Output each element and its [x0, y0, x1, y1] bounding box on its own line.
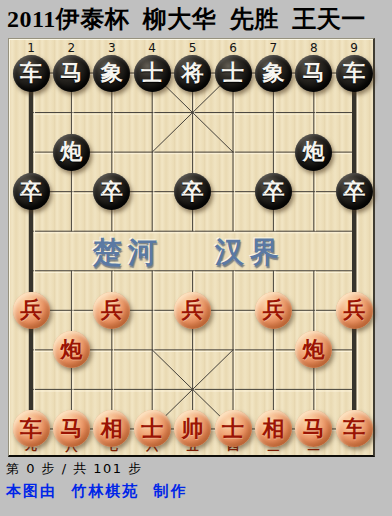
- piece-black-soldier[interactable]: 卒: [13, 173, 50, 210]
- piece-black-elephant[interactable]: 象: [255, 55, 292, 92]
- file-label-top-6: 6: [222, 41, 244, 55]
- board-grid: [9, 39, 376, 458]
- piece-black-advisor[interactable]: 士: [134, 55, 171, 92]
- piece-red-soldier[interactable]: 兵: [13, 292, 50, 329]
- piece-red-advisor[interactable]: 士: [134, 410, 171, 447]
- piece-black-general[interactable]: 将: [174, 55, 211, 92]
- piece-black-advisor[interactable]: 士: [215, 55, 252, 92]
- file-label-top-3: 3: [101, 41, 123, 55]
- file-label-top-1: 1: [20, 41, 42, 55]
- river-text-left: 楚河: [93, 235, 163, 269]
- game-title: 2011伊泰杯 柳大华 先胜 王天一: [7, 3, 389, 35]
- piece-black-chariot[interactable]: 车: [336, 55, 373, 92]
- piece-red-chariot[interactable]: 车: [336, 410, 373, 447]
- piece-red-cannon[interactable]: 炮: [53, 331, 90, 368]
- piece-red-soldier[interactable]: 兵: [93, 292, 130, 329]
- piece-black-horse[interactable]: 马: [53, 55, 90, 92]
- file-label-top-4: 4: [141, 41, 163, 55]
- file-label-top-5: 5: [182, 41, 204, 55]
- river-text-right: 汉界: [215, 235, 285, 269]
- piece-black-chariot[interactable]: 车: [13, 55, 50, 92]
- piece-black-soldier[interactable]: 卒: [174, 173, 211, 210]
- piece-black-elephant[interactable]: 象: [93, 55, 130, 92]
- piece-black-cannon[interactable]: 炮: [295, 134, 332, 171]
- piece-red-soldier[interactable]: 兵: [174, 292, 211, 329]
- piece-black-cannon[interactable]: 炮: [53, 134, 90, 171]
- xiangqi-viewer: 2011伊泰杯 柳大华 先胜 王天一 123456789 九八七六五四三二一 楚…: [0, 0, 392, 516]
- piece-black-soldier[interactable]: 卒: [255, 173, 292, 210]
- piece-red-soldier[interactable]: 兵: [255, 292, 292, 329]
- move-counter: 第 0 步 / 共 101 步: [6, 460, 143, 478]
- file-label-top-2: 2: [60, 41, 82, 55]
- piece-red-chariot[interactable]: 车: [13, 410, 50, 447]
- piece-black-horse[interactable]: 马: [295, 55, 332, 92]
- file-label-top-9: 9: [343, 41, 365, 55]
- xiangqi-board[interactable]: 123456789 九八七六五四三二一 楚河 汉界 车马象士将士象马车炮炮卒卒卒…: [8, 38, 375, 457]
- piece-red-advisor[interactable]: 士: [215, 410, 252, 447]
- credit-text: 本图由 竹林棋苑 制作: [6, 482, 187, 501]
- piece-red-soldier[interactable]: 兵: [336, 292, 373, 329]
- file-label-top-7: 7: [262, 41, 284, 55]
- file-label-top-8: 8: [303, 41, 325, 55]
- piece-black-soldier[interactable]: 卒: [336, 173, 373, 210]
